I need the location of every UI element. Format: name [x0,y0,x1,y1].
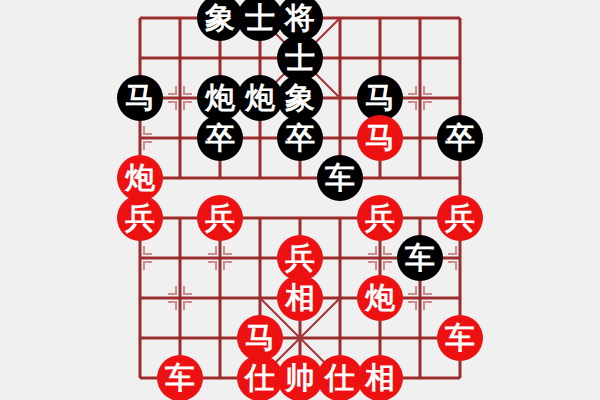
red-soldier[interactable]: 兵 [357,195,403,241]
red-elephant[interactable]: 相 [357,355,403,400]
red-horse[interactable]: 马 [357,115,403,161]
black-soldier[interactable]: 卒 [277,115,323,161]
red-soldier[interactable]: 兵 [197,195,243,241]
red-cannon[interactable]: 炮 [357,275,403,321]
black-soldier[interactable]: 卒 [437,115,483,161]
black-horse[interactable]: 马 [117,75,163,121]
xiangqi-board[interactable]: 象士将士马炮炮象马卒卒马卒炮车兵兵兵兵兵车相炮马车车仕帅仕相 [120,0,480,398]
black-elephant[interactable]: 象 [197,0,243,41]
red-chariot[interactable]: 车 [437,315,483,361]
red-soldier[interactable]: 兵 [437,195,483,241]
red-elephant[interactable]: 相 [277,275,323,321]
black-soldier[interactable]: 卒 [197,115,243,161]
xiangqi-app: 象士将士马炮炮象马卒卒马卒炮车兵兵兵兵兵车相炮马车车仕帅仕相 [0,0,600,400]
red-soldier[interactable]: 兵 [117,195,163,241]
black-advisor[interactable]: 士 [237,0,283,41]
black-chariot[interactable]: 车 [317,155,363,201]
black-chariot[interactable]: 车 [397,235,443,281]
red-chariot[interactable]: 车 [157,355,203,400]
